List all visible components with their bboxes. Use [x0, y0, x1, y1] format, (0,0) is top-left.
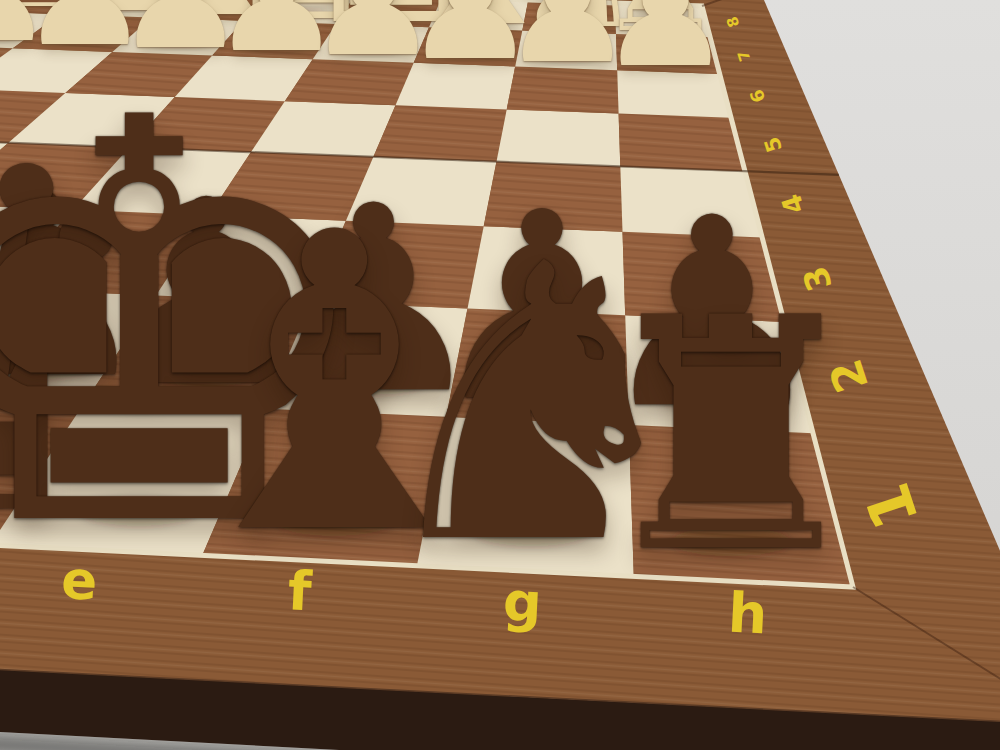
piece-shadow-g2: [491, 381, 593, 403]
piece-shadow-c7: [152, 40, 210, 47]
piece-shadow-g1: [472, 517, 591, 547]
square-g5: [497, 110, 621, 167]
chess-photo-stage: abcdefgh12345678 ♜♞♝♛♚♝♞♜♟♟♟♟♟♟♟♟♛♚♝♞♜♟♟…: [0, 0, 1000, 750]
square-f6: [396, 63, 516, 110]
piece-shadow-e2: [156, 366, 256, 387]
piece-shadow-b7: [56, 36, 113, 43]
square-grain-g2: [446, 309, 629, 426]
piece-shadow-e7: [344, 47, 402, 54]
board-svg: abcdefgh12345678: [0, 0, 1000, 750]
square-h6: [617, 70, 731, 118]
piece-shadow-e1: [81, 497, 198, 526]
square-grain-h7: [616, 34, 720, 74]
square-g3: [468, 226, 626, 315]
piece-shadow-h7: [636, 57, 695, 64]
square-grain-g8: [522, 0, 616, 34]
piece-shadow-f8: [454, 16, 508, 22]
square-grain-h5: [619, 114, 745, 172]
file-label-e: e: [60, 549, 99, 612]
file-label-f: f: [286, 559, 313, 623]
square-grain-h3: [623, 232, 785, 322]
square-g7: [515, 31, 617, 71]
piece-shadow-g8: [543, 19, 597, 25]
square-grain-f7: [414, 27, 523, 66]
file-label-g: g: [502, 570, 544, 635]
square-f8: [429, 0, 528, 31]
piece-shadow-e8: [364, 13, 418, 19]
piece-shadow-a8: [11, 0, 64, 6]
piece-shadow-c8: [187, 7, 240, 13]
piece-shadow-d7: [248, 43, 306, 50]
piece-shadow-f1: [275, 507, 393, 537]
piece-shadow-h2: [661, 389, 763, 411]
square-grain-f5: [373, 105, 506, 161]
file-label-h: h: [727, 581, 769, 647]
square-g1: [417, 417, 634, 577]
square-h4: [620, 166, 762, 237]
piece-shadow-h8: [633, 23, 687, 29]
piece-shadow-g7: [538, 54, 597, 61]
piece-shadow-f2: [323, 374, 424, 396]
piece-shadow-f7: [441, 50, 499, 57]
piece-shadow-b8: [99, 3, 152, 9]
piece-shadow-h1: [671, 526, 791, 556]
square-grain-g6: [507, 67, 619, 114]
square-grain-g4: [484, 162, 623, 232]
piece-shadow-d8: [275, 10, 328, 16]
